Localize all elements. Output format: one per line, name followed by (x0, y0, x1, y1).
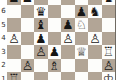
square-e6[interactable] (61, 5, 75, 19)
square-g4[interactable]: ♙ (88, 32, 102, 46)
square-d4[interactable] (48, 32, 62, 46)
white-pawn-h2[interactable]: ♙ (102, 59, 116, 73)
square-c1[interactable] (34, 72, 48, 80)
black-knight-g6[interactable]: ♞ (88, 5, 102, 19)
square-b2[interactable]: ♙ (21, 59, 35, 73)
square-c6[interactable]: ♛ (34, 5, 48, 19)
square-a6[interactable] (7, 5, 21, 19)
square-f2[interactable] (75, 59, 89, 73)
square-b3[interactable] (21, 45, 35, 59)
square-e2[interactable] (61, 59, 75, 73)
white-pawn-b2[interactable]: ♙ (21, 59, 35, 73)
square-h1[interactable]: ♔ (102, 72, 116, 80)
rank-label-1: 1 (1, 75, 6, 80)
square-h6[interactable] (102, 5, 116, 19)
rank-label-6: 6 (1, 7, 6, 15)
square-c3[interactable]: ♙ (34, 45, 48, 59)
black-pawn-c4[interactable]: ♟ (34, 32, 48, 46)
square-g5[interactable] (88, 18, 102, 32)
white-pawn-c3[interactable]: ♙ (34, 45, 48, 59)
square-f6[interactable]: ♟ (75, 5, 89, 19)
square-c2[interactable] (34, 59, 48, 73)
square-f5[interactable]: ♘ (75, 18, 89, 32)
square-d3[interactable]: ♟ (48, 45, 62, 59)
chess-diagram: ♟♟♞♛♟♞♝♟♘♙♟♙♙♙♟♕♖♙♗♙♖♔ 654321 (0, 0, 120, 80)
square-a2[interactable] (7, 59, 21, 73)
square-d6[interactable] (48, 5, 62, 19)
square-h3[interactable]: ♖ (102, 45, 116, 59)
rank-label-4: 4 (1, 34, 6, 42)
square-g6[interactable]: ♞ (88, 5, 102, 19)
black-queen-c6[interactable]: ♛ (34, 5, 48, 19)
white-king-h1[interactable]: ♔ (102, 72, 116, 80)
square-a5[interactable] (7, 18, 21, 32)
chess-board: ♟♟♞♛♟♞♝♟♘♙♟♙♙♙♟♕♖♙♗♙♖♔ (7, 0, 116, 80)
white-knight-f5[interactable]: ♘ (75, 18, 89, 32)
square-e1[interactable] (61, 72, 75, 80)
square-f3[interactable]: ♕ (75, 45, 89, 59)
square-h2[interactable]: ♙ (102, 59, 116, 73)
square-c4[interactable]: ♟ (34, 32, 48, 46)
square-g2[interactable] (88, 59, 102, 73)
white-pawn-e4[interactable]: ♙ (61, 32, 75, 46)
square-e5[interactable]: ♟ (61, 18, 75, 32)
square-a1[interactable]: ♖ (7, 72, 21, 80)
white-rook-a1[interactable]: ♖ (7, 72, 21, 80)
square-e4[interactable]: ♙ (61, 32, 75, 46)
square-d1[interactable] (48, 72, 62, 80)
black-pawn-f6[interactable]: ♟ (75, 5, 89, 19)
square-g3[interactable] (88, 45, 102, 59)
square-a3[interactable] (7, 45, 21, 59)
white-bishop-d2[interactable]: ♗ (48, 59, 62, 73)
black-pawn-d3[interactable]: ♟ (48, 45, 62, 59)
square-c5[interactable]: ♝ (34, 18, 48, 32)
square-h5[interactable] (102, 18, 116, 32)
white-pawn-a4[interactable]: ♙ (7, 32, 21, 46)
square-b1[interactable] (21, 72, 35, 80)
black-bishop-c5[interactable]: ♝ (34, 18, 48, 32)
square-a4[interactable]: ♙ (7, 32, 21, 46)
square-d5[interactable] (48, 18, 62, 32)
white-rook-h3[interactable]: ♖ (102, 45, 116, 59)
square-b6[interactable] (21, 5, 35, 19)
white-queen-f3[interactable]: ♕ (75, 45, 89, 59)
square-b5[interactable] (21, 18, 35, 32)
white-pawn-g4[interactable]: ♙ (88, 32, 102, 46)
square-h4[interactable] (102, 32, 116, 46)
rank-label-5: 5 (1, 21, 6, 29)
square-e3[interactable] (61, 45, 75, 59)
square-f1[interactable] (75, 72, 89, 80)
rank-label-3: 3 (1, 48, 6, 56)
black-pawn-e5[interactable]: ♟ (61, 18, 75, 32)
square-b4[interactable] (21, 32, 35, 46)
square-d2[interactable]: ♗ (48, 59, 62, 73)
square-f4[interactable] (75, 32, 89, 46)
rank-label-2: 2 (1, 61, 6, 69)
square-g1[interactable] (88, 72, 102, 80)
